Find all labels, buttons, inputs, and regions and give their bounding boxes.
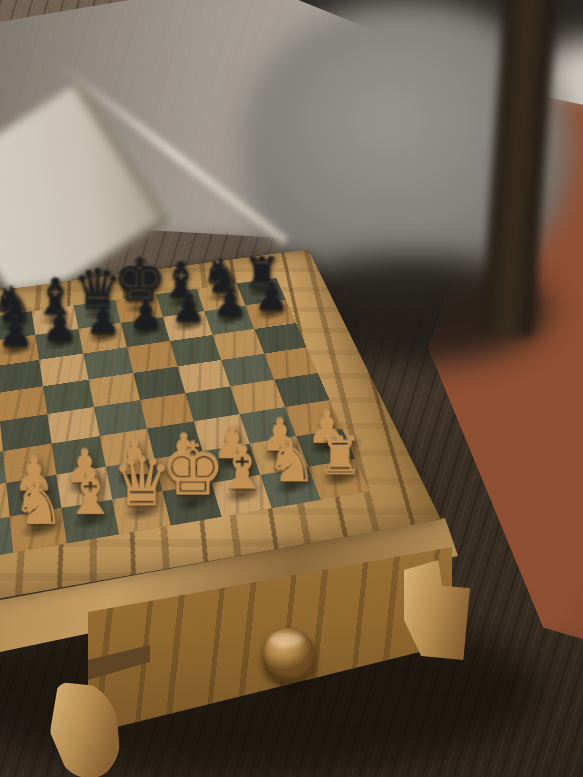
- board-frame: ♜♞♝♛♚♝♞♜♟♟♟♟♟♟♟♟♟♟♟♟♟♟♟♟♜♞♝♛♚♝♞♜: [0, 249, 441, 616]
- photo-scene: ♜♞♝♛♚♝♞♜♟♟♟♟♟♟♟♟♟♟♟♟♟♟♟♟♜♞♝♛♚♝♞♜: [0, 0, 583, 777]
- board-perspective-wrapper: ♜♞♝♛♚♝♞♜♟♟♟♟♟♟♟♟♟♟♟♟♟♟♟♟♜♞♝♛♚♝♞♜: [0, 0, 583, 777]
- chess-board: ♜♞♝♛♚♝♞♜♟♟♟♟♟♟♟♟♟♟♟♟♟♟♟♟♜♞♝♛♚♝♞♜: [0, 249, 441, 616]
- square-e6[interactable]: [127, 341, 178, 373]
- square-a1[interactable]: ♜: [0, 517, 13, 562]
- white-rook[interactable]: ♜: [0, 487, 37, 542]
- board-grid: ♜♞♝♛♚♝♞♜♟♟♟♟♟♟♟♟♟♟♟♟♟♟♟♟♜♞♝♛♚♝♞♜: [0, 278, 370, 562]
- square-d5[interactable]: [89, 373, 140, 407]
- square-d6[interactable]: [83, 347, 133, 379]
- black-pawn[interactable]: ♟: [0, 318, 14, 358]
